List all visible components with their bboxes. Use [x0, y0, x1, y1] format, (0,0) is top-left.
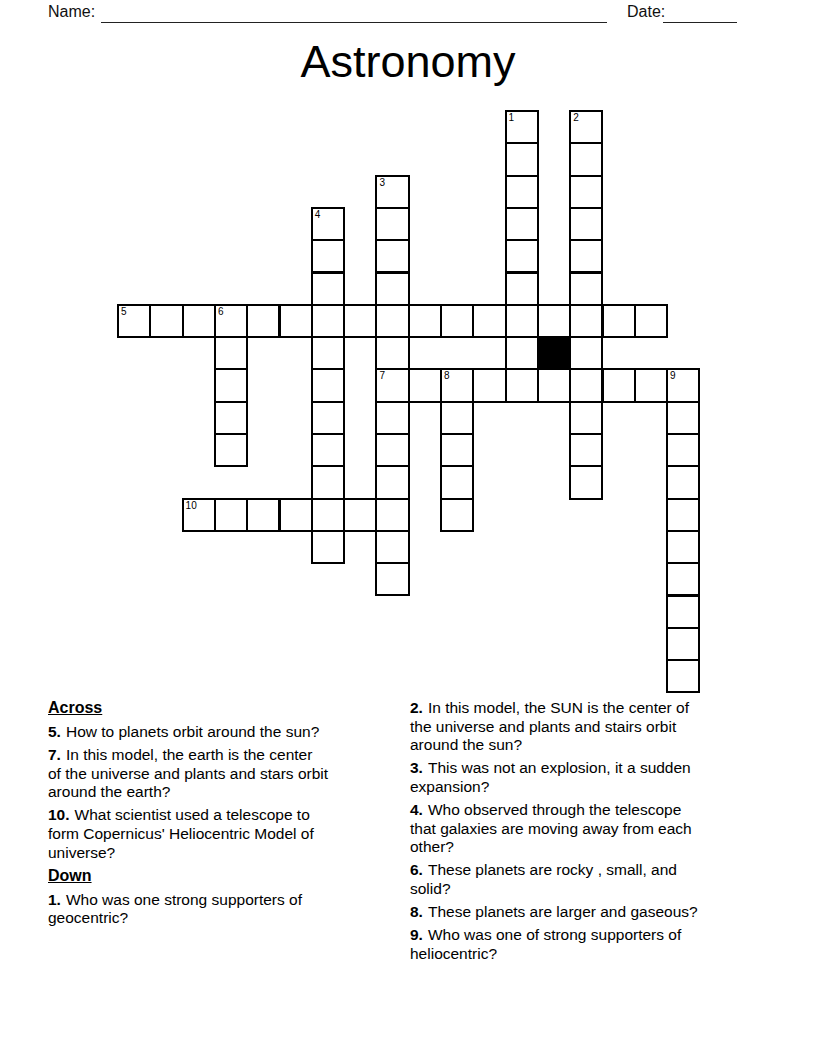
grid-cell[interactable] — [569, 401, 603, 435]
grid-cell[interactable] — [634, 304, 668, 338]
grid-cell[interactable] — [505, 336, 539, 370]
clues-left-column: Across 5.How to planets orbit around the… — [48, 699, 386, 932]
grid-cell[interactable] — [311, 530, 345, 564]
clues-right-column: 2.In this model, the SUN is the center o… — [410, 699, 752, 968]
grid-cell[interactable] — [505, 272, 539, 306]
grid-cell[interactable] — [246, 304, 280, 338]
grid-cell[interactable] — [375, 239, 409, 273]
clue-number: 1. — [48, 891, 61, 908]
clue: 1.Who was one strong supporters of geoce… — [48, 891, 386, 928]
down-heading: Down — [48, 867, 386, 885]
clue-text: Who was one strong supporters of geocent… — [48, 891, 302, 927]
grid-cell[interactable] — [440, 465, 474, 499]
grid-cell[interactable] — [375, 304, 409, 338]
grid-cell[interactable] — [375, 465, 409, 499]
grid-cell[interactable] — [375, 433, 409, 467]
worksheet-page: Name: Date: Astronomy 12345678910 Across… — [0, 0, 816, 1056]
puzzle-title: Astronomy — [0, 36, 816, 88]
clue: 10.What scientist used a telescope to fo… — [48, 806, 386, 862]
grid-cell[interactable] — [343, 498, 377, 532]
grid-cell[interactable] — [666, 659, 700, 693]
grid-cell[interactable] — [634, 368, 668, 402]
clue: 5.How to planets orbit around the sun? — [48, 723, 386, 742]
clue-number: 6. — [410, 861, 423, 878]
grid-cell[interactable] — [343, 304, 377, 338]
clue-number: 8. — [410, 903, 423, 920]
grid-cell[interactable] — [569, 239, 603, 273]
grid-cell[interactable] — [569, 336, 603, 370]
grid-cell[interactable] — [182, 304, 216, 338]
grid-cell[interactable] — [666, 465, 700, 499]
clue-text: This was not an explosion, it a sudden e… — [410, 759, 691, 795]
cell-number: 9 — [670, 371, 676, 381]
cell-number: 2 — [573, 113, 579, 123]
down-clues-list-right: 2.In this model, the SUN is the center o… — [410, 699, 752, 963]
clue-text: How to planets orbit around the sun? — [66, 723, 319, 740]
grid-cell[interactable] — [505, 239, 539, 273]
clue: 3.This was not an explosion, it a sudden… — [410, 759, 752, 796]
grid-cell[interactable] — [666, 498, 700, 532]
grid-cell[interactable] — [311, 465, 345, 499]
grid-cell[interactable] — [569, 272, 603, 306]
cell-number: 10 — [186, 501, 197, 511]
grid-cell[interactable] — [505, 175, 539, 209]
clue: 9.Who was one of strong supporters of he… — [410, 926, 752, 963]
grid-cell[interactable] — [440, 304, 474, 338]
cell-number: 7 — [379, 371, 385, 381]
clue-number: 3. — [410, 759, 423, 776]
grid-cell[interactable] — [666, 627, 700, 661]
grid-cell[interactable] — [311, 304, 345, 338]
name-label: Name: — [48, 3, 95, 21]
clue: 8.These planets are larger and gaseous? — [410, 903, 752, 922]
grid-cell[interactable] — [311, 401, 345, 435]
grid-cell[interactable] — [214, 336, 248, 370]
clue-number: 9. — [410, 926, 423, 943]
grid-cell[interactable] — [375, 498, 409, 532]
grid-cell[interactable] — [311, 336, 345, 370]
date-label: Date: — [627, 3, 665, 21]
clue-text: In this model, the earth is the center o… — [48, 746, 328, 800]
grid-cell[interactable] — [311, 498, 345, 532]
grid-cell[interactable] — [149, 304, 183, 338]
grid-cell[interactable] — [537, 304, 571, 338]
grid-cell[interactable] — [375, 207, 409, 241]
cell-number: 8 — [444, 371, 450, 381]
clue-number: 2. — [410, 699, 423, 716]
cell-number: 6 — [218, 307, 224, 317]
grid-cell[interactable] — [537, 368, 571, 402]
grid-cell[interactable] — [375, 401, 409, 435]
grid-cell[interactable] — [375, 336, 409, 370]
name-blank-line[interactable] — [101, 4, 607, 23]
grid-cell[interactable] — [569, 304, 603, 338]
clue-number: 7. — [48, 746, 61, 763]
clue-text: These planets are rocky , small, and sol… — [410, 861, 677, 897]
cell-number: 3 — [379, 178, 385, 188]
grid-cell[interactable] — [311, 272, 345, 306]
clue-text: What scientist used a telescope to form … — [48, 806, 314, 860]
grid-cell[interactable] — [311, 368, 345, 402]
grid-cell[interactable] — [408, 368, 442, 402]
grid-cell[interactable] — [279, 304, 313, 338]
cell-number: 5 — [121, 307, 127, 317]
grid-cell[interactable] — [375, 562, 409, 596]
grid-cell[interactable] — [375, 530, 409, 564]
grid-cell[interactable] — [440, 498, 474, 532]
grid-cell[interactable] — [602, 368, 636, 402]
grid-cell[interactable] — [505, 207, 539, 241]
clue-number: 5. — [48, 723, 61, 740]
clue: 6.These planets are rocky , small, and s… — [410, 861, 752, 898]
clue-number: 4. — [410, 801, 423, 818]
cell-number: 4 — [315, 210, 321, 220]
grid-cell[interactable] — [375, 272, 409, 306]
grid-cell[interactable] — [311, 239, 345, 273]
grid-cell[interactable] — [569, 142, 603, 176]
grid-cell[interactable] — [472, 368, 506, 402]
clue: 7.In this model, the earth is the center… — [48, 746, 386, 802]
across-heading: Across — [48, 699, 386, 717]
clue-text: Who observed through the telescope that … — [410, 801, 692, 855]
crossword-grid: 12345678910 — [117, 110, 703, 696]
cell-number: 1 — [509, 113, 515, 123]
grid-cell[interactable] — [666, 401, 700, 435]
clue-number: 10. — [48, 806, 70, 823]
across-clues-list: 5.How to planets orbit around the sun?7.… — [48, 723, 386, 862]
grid-cell[interactable] — [666, 595, 700, 629]
grid-cell[interactable] — [440, 433, 474, 467]
grid-cell[interactable] — [505, 368, 539, 402]
grid-cell[interactable] — [214, 401, 248, 435]
date-blank-line[interactable] — [663, 4, 737, 23]
grid-cell[interactable] — [569, 465, 603, 499]
grid-cell[interactable] — [602, 304, 636, 338]
grid-cell[interactable] — [569, 368, 603, 402]
grid-cell[interactable] — [569, 433, 603, 467]
grid-cell[interactable] — [214, 368, 248, 402]
grid-cell[interactable] — [505, 142, 539, 176]
grid-cell[interactable] — [246, 498, 280, 532]
grid-cell[interactable] — [505, 304, 539, 338]
grid-cell[interactable] — [311, 433, 345, 467]
grid-cell[interactable] — [214, 433, 248, 467]
down-clues-list-left: 1.Who was one strong supporters of geoce… — [48, 891, 386, 928]
grid-cell[interactable] — [472, 304, 506, 338]
grid-cell[interactable] — [279, 498, 313, 532]
grid-cell[interactable] — [666, 530, 700, 564]
grid-cell[interactable] — [569, 175, 603, 209]
black-cell — [537, 336, 571, 370]
clue: 2.In this model, the SUN is the center o… — [410, 699, 752, 755]
grid-cell[interactable] — [569, 207, 603, 241]
grid-cell[interactable] — [408, 304, 442, 338]
clue-text: In this model, the SUN is the center of … — [410, 699, 689, 753]
clue: 4.Who observed through the telescope tha… — [410, 801, 752, 857]
grid-cell[interactable] — [440, 401, 474, 435]
clue-text: Who was one of strong supporters of heli… — [410, 926, 681, 962]
grid-cell[interactable] — [666, 562, 700, 596]
grid-cell[interactable] — [214, 498, 248, 532]
clue-text: These planets are larger and gaseous? — [428, 903, 698, 920]
grid-cell[interactable] — [666, 433, 700, 467]
